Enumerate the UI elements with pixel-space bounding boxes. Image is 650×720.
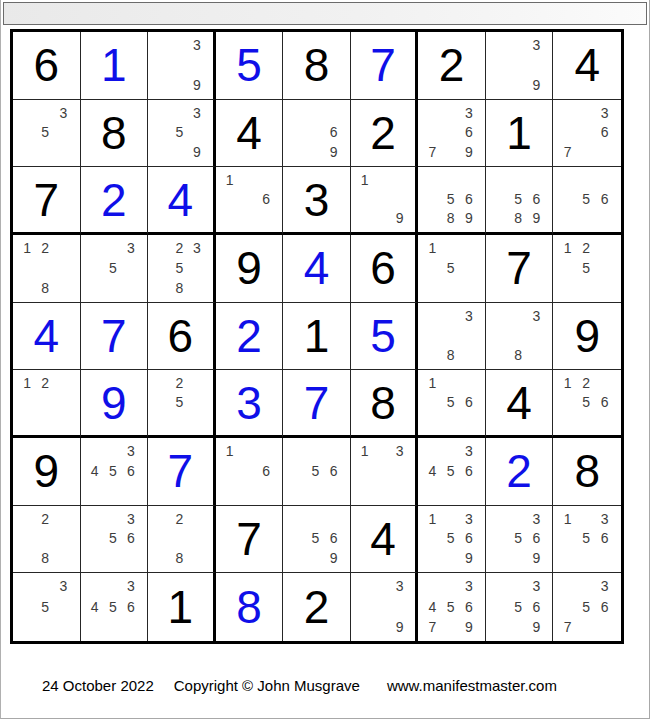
entered-digit: 5 <box>236 42 262 88</box>
candidate-digit: 6 <box>460 461 478 481</box>
cell-r9c2[interactable]: 3456 <box>81 573 149 641</box>
cell-r1c9[interactable]: 4 <box>553 32 621 100</box>
candidate-digit: 9 <box>527 75 545 95</box>
candidates: 1356 <box>553 506 621 573</box>
given-digit: 8 <box>101 110 127 156</box>
cell-r7c6[interactable]: 13 <box>351 438 419 506</box>
app-header-bar <box>3 2 647 25</box>
cell-r1c3[interactable]: 39 <box>148 32 216 100</box>
candidate-digit: 3 <box>460 306 478 326</box>
candidates: 38 <box>418 303 485 370</box>
cell-r8c4[interactable]: 7 <box>216 506 284 574</box>
candidates: 35 <box>81 235 148 302</box>
cell-r5c8[interactable]: 38 <box>486 303 554 371</box>
candidate-digit: 5 <box>577 190 596 209</box>
entered-digit: 1 <box>101 42 127 88</box>
candidate-digit: 1 <box>423 509 441 529</box>
cell-r9c7[interactable]: 345679 <box>418 573 486 641</box>
given-digit: 4 <box>370 516 396 562</box>
cell-r4c9[interactable]: 125 <box>553 235 621 303</box>
cell-r9c9[interactable]: 3567 <box>553 573 621 641</box>
entered-digit: 7 <box>304 380 330 426</box>
cell-r5c6[interactable]: 5 <box>351 303 419 371</box>
candidates: 3569 <box>486 506 553 573</box>
candidate-digit: 4 <box>86 597 104 617</box>
cell-r7c2[interactable]: 3456 <box>81 438 149 506</box>
candidate-digit: 5 <box>577 258 596 278</box>
candidates: 359 <box>148 100 213 167</box>
cell-r6c9[interactable]: 1256 <box>553 370 621 438</box>
candidates: 3456 <box>418 438 485 505</box>
footer-date: 24 October 2022 <box>42 677 154 694</box>
candidate-digit: 5 <box>442 190 460 209</box>
cell-r4c8[interactable]: 7 <box>486 235 554 303</box>
candidate-digit: 6 <box>595 597 614 617</box>
candidate-digit: 3 <box>188 35 206 55</box>
cell-r2c5[interactable]: 69 <box>283 100 351 168</box>
cell-r8c5[interactable]: 569 <box>283 506 351 574</box>
cell-r5c1[interactable]: 4 <box>13 303 81 371</box>
given-digit: 2 <box>439 42 465 88</box>
candidates: 35 <box>13 573 80 641</box>
candidate-digit: 5 <box>577 597 596 617</box>
candidate-digit: 5 <box>509 597 527 617</box>
candidate-digit: 6 <box>325 123 343 143</box>
cell-r3c1[interactable]: 7 <box>13 167 81 235</box>
candidate-digit: 5 <box>104 461 122 481</box>
cell-r5c2[interactable]: 7 <box>81 303 149 371</box>
candidate-digit: 9 <box>460 617 478 637</box>
candidate-digit: 3 <box>122 441 140 461</box>
candidate-digit: 6 <box>460 529 478 549</box>
cell-r7c4[interactable]: 16 <box>216 438 284 506</box>
cell-r8c7[interactable]: 13569 <box>418 506 486 574</box>
candidates: 28 <box>13 506 80 573</box>
candidate-digit: 9 <box>527 548 545 568</box>
candidate-digit: 9 <box>527 617 545 637</box>
candidate-digit: 6 <box>325 529 343 549</box>
candidate-digit: 1 <box>356 170 374 189</box>
cell-r1c4[interactable]: 5 <box>216 32 284 100</box>
candidate-digit: 2 <box>171 373 189 392</box>
cell-r6c7[interactable]: 156 <box>418 370 486 438</box>
candidate-digit: 5 <box>509 529 527 549</box>
footer: 24 October 2022 Copyright © John Musgrav… <box>42 677 557 694</box>
given-digit: 6 <box>33 42 59 88</box>
candidate-digit: 2 <box>577 373 596 392</box>
entered-digit: 7 <box>168 448 194 494</box>
given-digit: 6 <box>370 245 396 291</box>
given-digit: 9 <box>574 313 600 359</box>
cell-r4c3[interactable]: 2358 <box>148 235 216 303</box>
cell-r1c6[interactable]: 7 <box>351 32 419 100</box>
candidate-digit: 8 <box>171 548 189 568</box>
given-digit: 8 <box>370 380 396 426</box>
candidate-digit: 5 <box>442 597 460 617</box>
candidate-digit: 1 <box>18 238 36 258</box>
given-digit: 1 <box>304 313 330 359</box>
cell-r5c7[interactable]: 38 <box>418 303 486 371</box>
given-digit: 6 <box>168 313 194 359</box>
candidate-digit: 1 <box>423 373 441 392</box>
candidate-digit: 8 <box>442 345 460 365</box>
candidate-digit: 5 <box>577 529 596 549</box>
cell-r5c4[interactable]: 2 <box>216 303 284 371</box>
cell-r7c3[interactable]: 7 <box>148 438 216 506</box>
given-digit: 4 <box>236 110 262 156</box>
candidates: 3569 <box>486 573 553 641</box>
candidates: 3679 <box>418 100 485 167</box>
candidate-digit: 4 <box>423 597 441 617</box>
entered-digit: 3 <box>236 380 262 426</box>
cell-r7c5[interactable]: 56 <box>283 438 351 506</box>
candidate-digit: 3 <box>122 238 140 258</box>
entered-digit: 7 <box>101 313 127 359</box>
cell-r9c6[interactable]: 39 <box>351 573 419 641</box>
candidates: 15 <box>418 235 485 302</box>
candidate-digit: 9 <box>391 209 409 228</box>
candidate-digit: 6 <box>122 461 140 481</box>
given-digit: 4 <box>574 42 600 88</box>
cell-r3c4[interactable]: 16 <box>216 167 284 235</box>
cell-r8c9[interactable]: 1356 <box>553 506 621 574</box>
cell-r7c7[interactable]: 3456 <box>418 438 486 506</box>
candidate-digit: 5 <box>36 597 54 617</box>
candidate-digit: 6 <box>595 529 614 549</box>
cell-r6c6[interactable]: 8 <box>351 370 419 438</box>
entered-digit: 5 <box>370 313 396 359</box>
cell-r4c5[interactable]: 4 <box>283 235 351 303</box>
given-digit: 1 <box>506 110 532 156</box>
candidates: 13569 <box>418 506 485 573</box>
candidate-digit: 1 <box>558 373 577 392</box>
cell-r1c2[interactable]: 1 <box>81 32 149 100</box>
candidate-digit: 1 <box>221 170 239 189</box>
candidate-digit: 3 <box>391 441 409 461</box>
candidate-digit: 2 <box>36 509 54 529</box>
candidate-digit: 3 <box>595 103 614 123</box>
candidate-digit: 7 <box>558 617 577 637</box>
candidates: 12 <box>13 370 80 435</box>
candidates: 125 <box>553 235 621 302</box>
footer-copyright: Copyright © John Musgrave <box>174 677 360 694</box>
candidate-digit: 1 <box>558 238 577 258</box>
candidate-digit: 8 <box>36 278 54 298</box>
candidate-digit: 6 <box>460 190 478 209</box>
candidates: 39 <box>351 573 416 641</box>
cell-r7c1[interactable]: 9 <box>13 438 81 506</box>
candidates: 356 <box>81 506 148 573</box>
cell-r2c7[interactable]: 3679 <box>418 100 486 168</box>
entered-digit: 9 <box>101 380 127 426</box>
candidate-digit: 4 <box>86 461 104 481</box>
candidates: 367 <box>553 100 621 167</box>
cell-r5c5[interactable]: 1 <box>283 303 351 371</box>
candidate-digit: 6 <box>460 123 478 143</box>
candidate-digit: 2 <box>171 509 189 529</box>
candidate-digit: 9 <box>460 209 478 228</box>
candidates: 56 <box>553 167 621 232</box>
cell-r2c4[interactable]: 4 <box>216 100 284 168</box>
cell-r5c3[interactable]: 6 <box>148 303 216 371</box>
given-digit: 8 <box>304 42 330 88</box>
candidates: 38 <box>486 303 553 370</box>
candidates: 3456 <box>81 438 148 505</box>
candidates: 5689 <box>418 167 485 232</box>
candidate-digit: 3 <box>460 509 478 529</box>
candidate-digit: 2 <box>171 238 189 258</box>
candidate-digit: 5 <box>509 190 527 209</box>
entered-digit: 2 <box>506 448 532 494</box>
candidate-digit: 9 <box>391 617 409 637</box>
cell-r8c2[interactable]: 356 <box>81 506 149 574</box>
entered-digit: 4 <box>33 313 59 359</box>
candidate-digit: 1 <box>356 441 374 461</box>
given-digit: 9 <box>33 448 59 494</box>
entered-digit: 4 <box>168 177 194 223</box>
cell-r8c1[interactable]: 28 <box>13 506 81 574</box>
cell-r6c8[interactable]: 4 <box>486 370 554 438</box>
given-digit: 7 <box>33 177 59 223</box>
candidates: 5689 <box>486 167 553 232</box>
candidate-digit: 3 <box>595 509 614 529</box>
given-digit: 4 <box>506 380 532 426</box>
given-digit: 1 <box>168 584 194 630</box>
candidates: 13 <box>351 438 416 505</box>
candidate-digit: 5 <box>306 529 324 549</box>
cell-r3c7[interactable]: 5689 <box>418 167 486 235</box>
candidate-digit: 3 <box>122 509 140 529</box>
cell-r1c8[interactable]: 39 <box>486 32 554 100</box>
candidates: 56 <box>283 438 350 505</box>
cell-r2c1[interactable]: 35 <box>13 100 81 168</box>
cell-r1c7[interactable]: 2 <box>418 32 486 100</box>
entered-digit: 2 <box>236 313 262 359</box>
entered-digit: 7 <box>370 42 396 88</box>
cell-r3c2[interactable]: 2 <box>81 167 149 235</box>
candidate-digit: 6 <box>257 190 275 209</box>
cell-r4c2[interactable]: 35 <box>81 235 149 303</box>
candidate-digit: 9 <box>460 142 478 162</box>
candidate-digit: 5 <box>104 529 122 549</box>
candidate-digit: 3 <box>54 576 72 596</box>
candidates: 345679 <box>418 573 485 641</box>
cell-r3c3[interactable]: 4 <box>148 167 216 235</box>
cell-r9c8[interactable]: 3569 <box>486 573 554 641</box>
candidate-digit: 8 <box>171 278 189 298</box>
cell-r9c3[interactable]: 1 <box>148 573 216 641</box>
cell-r8c6[interactable]: 4 <box>351 506 419 574</box>
candidate-digit: 3 <box>527 306 545 326</box>
page-frame: 6139587239435835946923679136772416319568… <box>0 0 650 719</box>
candidate-digit: 8 <box>509 345 527 365</box>
candidate-digit: 7 <box>558 142 577 162</box>
candidate-digit: 3 <box>595 576 614 596</box>
cell-r4c6[interactable]: 6 <box>351 235 419 303</box>
candidate-digit: 2 <box>36 373 54 392</box>
candidate-digit: 6 <box>460 597 478 617</box>
candidate-digit: 8 <box>442 209 460 228</box>
candidate-digit: 1 <box>18 373 36 392</box>
candidate-digit: 5 <box>442 393 460 412</box>
cell-r8c3[interactable]: 28 <box>148 506 216 574</box>
candidate-digit: 5 <box>104 258 122 278</box>
candidate-digit: 5 <box>104 597 122 617</box>
candidates: 3456 <box>81 573 148 641</box>
candidates: 2358 <box>148 235 213 302</box>
candidate-digit: 3 <box>460 103 478 123</box>
candidate-digit: 5 <box>36 123 54 143</box>
cell-r1c1[interactable]: 6 <box>13 32 81 100</box>
cell-r3c8[interactable]: 5689 <box>486 167 554 235</box>
candidates: 3567 <box>553 573 621 641</box>
candidate-digit: 3 <box>54 103 72 123</box>
candidate-digit: 3 <box>391 576 409 596</box>
candidate-digit: 1 <box>423 238 441 258</box>
candidate-digit: 9 <box>188 75 206 95</box>
cell-r5c9[interactable]: 9 <box>553 303 621 371</box>
cell-r7c8[interactable]: 2 <box>486 438 554 506</box>
candidate-digit: 4 <box>423 461 441 481</box>
candidate-digit: 6 <box>460 393 478 412</box>
given-digit: 9 <box>236 245 262 291</box>
candidate-digit: 7 <box>423 142 441 162</box>
sudoku-grid: 6139587239435835946923679136772416319568… <box>10 29 624 644</box>
entered-digit: 2 <box>101 177 127 223</box>
cell-r2c8[interactable]: 1 <box>486 100 554 168</box>
candidates: 39 <box>486 32 553 99</box>
candidate-digit: 5 <box>577 393 596 412</box>
candidates: 19 <box>351 167 416 232</box>
candidate-digit: 5 <box>442 258 460 278</box>
candidate-digit: 1 <box>558 509 577 529</box>
entered-digit: 8 <box>236 584 262 630</box>
candidates: 128 <box>13 235 80 302</box>
cell-r9c5[interactable]: 2 <box>283 573 351 641</box>
candidate-digit: 6 <box>527 190 545 209</box>
cell-r8c8[interactable]: 3569 <box>486 506 554 574</box>
candidates: 25 <box>148 370 213 435</box>
given-digit: 2 <box>304 584 330 630</box>
candidate-digit: 6 <box>595 123 614 143</box>
cell-r2c3[interactable]: 359 <box>148 100 216 168</box>
cell-r4c4[interactable]: 9 <box>216 235 284 303</box>
candidate-digit: 5 <box>171 393 189 412</box>
cell-r3c5[interactable]: 3 <box>283 167 351 235</box>
candidates: 16 <box>216 167 283 232</box>
given-digit: 8 <box>574 448 600 494</box>
candidates: 16 <box>216 438 283 505</box>
cell-r2c9[interactable]: 367 <box>553 100 621 168</box>
candidate-digit: 3 <box>188 238 206 258</box>
candidates: 569 <box>283 506 350 573</box>
cell-r6c5[interactable]: 7 <box>283 370 351 438</box>
candidate-digit: 3 <box>527 576 545 596</box>
candidate-digit: 9 <box>325 548 343 568</box>
candidate-digit: 2 <box>36 238 54 258</box>
footer-website: www.manifestmaster.com <box>387 677 557 694</box>
candidate-digit: 3 <box>460 576 478 596</box>
candidate-digit: 9 <box>188 142 206 162</box>
candidates: 35 <box>13 100 80 167</box>
candidate-digit: 7 <box>423 617 441 637</box>
cell-r9c1[interactable]: 35 <box>13 573 81 641</box>
candidate-digit: 3 <box>527 35 545 55</box>
candidate-digit: 5 <box>306 461 324 481</box>
cell-r6c4[interactable]: 3 <box>216 370 284 438</box>
candidate-digit: 9 <box>527 209 545 228</box>
given-digit: 2 <box>370 110 396 156</box>
cell-r4c7[interactable]: 15 <box>418 235 486 303</box>
cell-r2c2[interactable]: 8 <box>81 100 149 168</box>
candidate-digit: 1 <box>221 441 239 461</box>
cell-r6c3[interactable]: 25 <box>148 370 216 438</box>
candidate-digit: 3 <box>122 576 140 596</box>
candidates: 156 <box>418 370 485 435</box>
candidate-digit: 5 <box>171 123 189 143</box>
given-digit: 7 <box>506 245 532 291</box>
cell-r3c9[interactable]: 56 <box>553 167 621 235</box>
cell-r7c9[interactable]: 8 <box>553 438 621 506</box>
candidates: 39 <box>148 32 213 99</box>
candidate-digit: 2 <box>577 238 596 258</box>
candidate-digit: 6 <box>527 597 545 617</box>
candidate-digit: 3 <box>527 509 545 529</box>
candidate-digit: 3 <box>188 103 206 123</box>
candidate-digit: 6 <box>122 529 140 549</box>
cell-r4c1[interactable]: 128 <box>13 235 81 303</box>
candidates: 1256 <box>553 370 621 435</box>
cell-r6c1[interactable]: 12 <box>13 370 81 438</box>
candidate-digit: 9 <box>325 142 343 162</box>
cell-r9c4[interactable]: 8 <box>216 573 284 641</box>
candidate-digit: 5 <box>442 461 460 481</box>
candidate-digit: 5 <box>171 258 189 278</box>
candidate-digit: 9 <box>460 548 478 568</box>
cell-r2c6[interactable]: 2 <box>351 100 419 168</box>
candidate-digit: 6 <box>595 190 614 209</box>
candidate-digit: 6 <box>122 597 140 617</box>
cell-r3c6[interactable]: 19 <box>351 167 419 235</box>
given-digit: 7 <box>236 516 262 562</box>
cell-r1c5[interactable]: 8 <box>283 32 351 100</box>
candidates: 69 <box>283 100 350 167</box>
candidate-digit: 3 <box>460 441 478 461</box>
candidate-digit: 6 <box>325 461 343 481</box>
entered-digit: 4 <box>304 245 330 291</box>
candidate-digit: 8 <box>509 209 527 228</box>
candidates: 28 <box>148 506 213 573</box>
candidate-digit: 6 <box>257 461 275 481</box>
candidate-digit: 6 <box>527 529 545 549</box>
candidate-digit: 5 <box>442 529 460 549</box>
cell-r6c2[interactable]: 9 <box>81 370 149 438</box>
candidate-digit: 6 <box>595 393 614 412</box>
given-digit: 3 <box>304 177 330 223</box>
candidate-digit: 8 <box>36 548 54 568</box>
